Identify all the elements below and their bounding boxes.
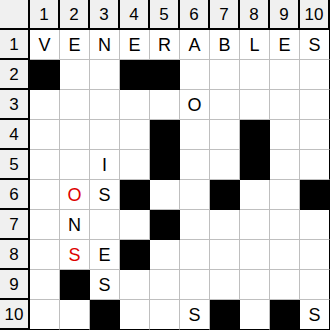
cell-r2-c7[interactable]	[210, 60, 240, 90]
row-header-8: 8	[0, 240, 30, 270]
cell-r7-c6[interactable]	[180, 210, 210, 240]
col-header-2: 2	[60, 0, 90, 30]
cell-r8-c6[interactable]	[180, 240, 210, 270]
row-header-3: 3	[0, 90, 30, 120]
cell-r4-c8	[240, 120, 270, 150]
cell-r4-c4[interactable]	[120, 120, 150, 150]
cell-r7-c1[interactable]	[30, 210, 60, 240]
cell-r1-c10[interactable]: S	[300, 30, 330, 60]
cell-r10-c9	[270, 300, 300, 330]
cell-r2-c9[interactable]	[270, 60, 300, 90]
cell-r9-c2	[60, 270, 90, 300]
cell-r10-c4[interactable]	[120, 300, 150, 330]
cell-r8-c1[interactable]	[30, 240, 60, 270]
col-header-4: 4	[120, 0, 150, 30]
cell-r2-c1	[30, 60, 60, 90]
cell-r1-c2[interactable]: E	[60, 30, 90, 60]
cell-r4-c7[interactable]	[210, 120, 240, 150]
cell-r4-c6[interactable]	[180, 120, 210, 150]
cell-r5-c3[interactable]: I	[90, 150, 120, 180]
cell-r1-c7[interactable]: B	[210, 30, 240, 60]
col-header-8: 8	[240, 0, 270, 30]
cell-r8-c5[interactable]	[150, 240, 180, 270]
cell-r6-c8[interactable]	[240, 180, 270, 210]
cell-r8-c8[interactable]	[240, 240, 270, 270]
cell-r7-c10[interactable]	[300, 210, 330, 240]
cell-r3-c4[interactable]	[120, 90, 150, 120]
cell-r6-c10	[300, 180, 330, 210]
row-header-1: 1	[0, 30, 30, 60]
cell-r5-c6[interactable]	[180, 150, 210, 180]
cell-r3-c1[interactable]	[30, 90, 60, 120]
cell-r6-c7	[210, 180, 240, 210]
cell-r4-c2[interactable]	[60, 120, 90, 150]
cell-r6-c5[interactable]	[150, 180, 180, 210]
cell-r10-c6[interactable]: S	[180, 300, 210, 330]
cell-r10-c3	[90, 300, 120, 330]
cell-r3-c10[interactable]	[300, 90, 330, 120]
row-header-9: 9	[0, 270, 30, 300]
crossword-grid: 123456789101VENERABLES23O45I6OS7N8SE9S10…	[0, 0, 330, 330]
cell-r8-c10[interactable]	[300, 240, 330, 270]
cell-r1-c4[interactable]: E	[120, 30, 150, 60]
cell-r2-c8[interactable]	[240, 60, 270, 90]
cell-r5-c4[interactable]	[120, 150, 150, 180]
cell-r10-c2[interactable]	[60, 300, 90, 330]
cell-r9-c8[interactable]	[240, 270, 270, 300]
col-header-6: 6	[180, 0, 210, 30]
cell-r5-c1[interactable]	[30, 150, 60, 180]
cell-r5-c7[interactable]	[210, 150, 240, 180]
cell-r7-c3[interactable]	[90, 210, 120, 240]
cell-r4-c10[interactable]	[300, 120, 330, 150]
row-header-7: 7	[0, 210, 30, 240]
row-header-5: 5	[0, 150, 30, 180]
cell-r3-c3[interactable]	[90, 90, 120, 120]
cell-r2-c10[interactable]	[300, 60, 330, 90]
cell-r3-c6[interactable]: O	[180, 90, 210, 120]
cell-r10-c10[interactable]: S	[300, 300, 330, 330]
cell-r2-c5	[150, 60, 180, 90]
cell-r9-c1[interactable]	[30, 270, 60, 300]
cell-r5-c8	[240, 150, 270, 180]
col-header-3: 3	[90, 0, 120, 30]
cell-r10-c1[interactable]	[30, 300, 60, 330]
cell-r10-c5[interactable]	[150, 300, 180, 330]
cell-r7-c8[interactable]	[240, 210, 270, 240]
cell-r8-c3[interactable]: E	[90, 240, 120, 270]
cell-r7-c5	[150, 210, 180, 240]
cell-r10-c7	[210, 300, 240, 330]
cell-r3-c2[interactable]	[60, 90, 90, 120]
cell-r7-c4[interactable]	[120, 210, 150, 240]
cell-r8-c7[interactable]	[210, 240, 240, 270]
cell-r6-c6[interactable]	[180, 180, 210, 210]
cell-r8-c9[interactable]	[270, 240, 300, 270]
cell-r2-c2[interactable]	[60, 60, 90, 90]
cell-r3-c5[interactable]	[150, 90, 180, 120]
cell-r1-c8[interactable]: L	[240, 30, 270, 60]
cell-r1-c3[interactable]: N	[90, 30, 120, 60]
cell-r1-c1[interactable]: V	[30, 30, 60, 60]
cell-r5-c5	[150, 150, 180, 180]
cell-r6-c3[interactable]: S	[90, 180, 120, 210]
cell-r10-c8[interactable]	[240, 300, 270, 330]
row-header-6: 6	[0, 180, 30, 210]
cell-r1-c6[interactable]: A	[180, 30, 210, 60]
col-header-10: 10	[300, 0, 330, 30]
col-header-7: 7	[210, 0, 240, 30]
cell-r6-c4	[120, 180, 150, 210]
cell-r5-c9[interactable]	[270, 150, 300, 180]
cell-r9-c4[interactable]	[120, 270, 150, 300]
col-header-5: 5	[150, 0, 180, 30]
cell-r4-c5	[150, 120, 180, 150]
cell-r4-c1[interactable]	[30, 120, 60, 150]
cell-r5-c2[interactable]	[60, 150, 90, 180]
cell-r1-c5[interactable]: R	[150, 30, 180, 60]
cell-r9-c7[interactable]	[210, 270, 240, 300]
cell-r5-c10[interactable]	[300, 150, 330, 180]
row-header-10: 10	[0, 300, 30, 330]
cell-r9-c6[interactable]	[180, 270, 210, 300]
cell-r9-c3[interactable]: S	[90, 270, 120, 300]
cell-r1-c9[interactable]: E	[270, 30, 300, 60]
cell-r9-c5[interactable]	[150, 270, 180, 300]
cell-r8-c4	[120, 240, 150, 270]
col-header-1: 1	[30, 0, 60, 30]
cell-r8-c2[interactable]: S	[60, 240, 90, 270]
cell-r9-c10[interactable]	[300, 270, 330, 300]
cell-r6-c1[interactable]	[30, 180, 60, 210]
cell-r7-c2[interactable]: N	[60, 210, 90, 240]
cell-r3-c9[interactable]	[270, 90, 300, 120]
cell-r7-c7[interactable]	[210, 210, 240, 240]
cell-r6-c2[interactable]: O	[60, 180, 90, 210]
cell-r3-c8[interactable]	[240, 90, 270, 120]
cell-r2-c4	[120, 60, 150, 90]
cell-r2-c3[interactable]	[90, 60, 120, 90]
col-header-9: 9	[270, 0, 300, 30]
row-header-2: 2	[0, 60, 30, 90]
cell-r6-c9[interactable]	[270, 180, 300, 210]
cell-r4-c3[interactable]	[90, 120, 120, 150]
cell-r2-c6[interactable]	[180, 60, 210, 90]
cell-r3-c7[interactable]	[210, 90, 240, 120]
row-header-4: 4	[0, 120, 30, 150]
cell-r9-c9[interactable]	[270, 270, 300, 300]
cell-r4-c9[interactable]	[270, 120, 300, 150]
cell-r7-c9[interactable]	[270, 210, 300, 240]
corner-cell	[0, 0, 30, 30]
